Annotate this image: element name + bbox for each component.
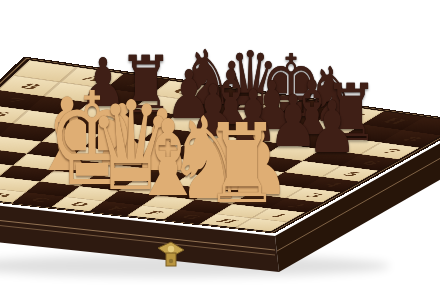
chess-set-photo: ABCDEFGH8877665544332211ABCDEFGH ♞♛♚♞♟♜♟…: [0, 0, 440, 297]
